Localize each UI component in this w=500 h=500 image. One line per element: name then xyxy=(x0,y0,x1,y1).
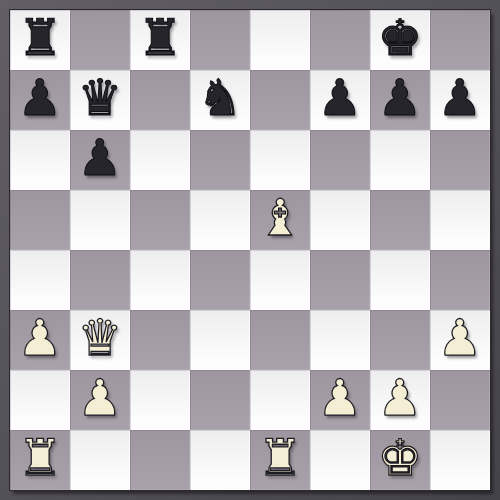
black-queen[interactable]: ♛ xyxy=(78,73,123,123)
board-frame: ♜♜♚♟♛♞♟♟♟♟♝♟♛♟♟♟♟♜♜♚ xyxy=(0,0,500,500)
square-f2[interactable]: ♟ xyxy=(310,370,370,430)
square-c6[interactable] xyxy=(130,130,190,190)
square-g5[interactable] xyxy=(370,190,430,250)
square-g7[interactable]: ♟ xyxy=(370,70,430,130)
square-h7[interactable]: ♟ xyxy=(430,70,490,130)
black-rook[interactable]: ♜ xyxy=(18,13,63,63)
black-knight[interactable]: ♞ xyxy=(198,73,243,123)
square-e7[interactable] xyxy=(250,70,310,130)
square-e2[interactable] xyxy=(250,370,310,430)
square-f8[interactable] xyxy=(310,10,370,70)
square-c7[interactable] xyxy=(130,70,190,130)
square-h6[interactable] xyxy=(430,130,490,190)
square-c3[interactable] xyxy=(130,310,190,370)
black-pawn[interactable]: ♟ xyxy=(318,73,363,123)
square-a5[interactable] xyxy=(10,190,70,250)
square-g6[interactable] xyxy=(370,130,430,190)
black-king[interactable]: ♚ xyxy=(378,13,423,63)
white-pawn[interactable]: ♟ xyxy=(378,373,423,423)
square-f6[interactable] xyxy=(310,130,370,190)
square-e6[interactable] xyxy=(250,130,310,190)
square-f3[interactable] xyxy=(310,310,370,370)
square-h5[interactable] xyxy=(430,190,490,250)
square-a2[interactable] xyxy=(10,370,70,430)
square-h1[interactable] xyxy=(430,430,490,490)
square-e5[interactable]: ♝ xyxy=(250,190,310,250)
square-e8[interactable] xyxy=(250,10,310,70)
white-pawn[interactable]: ♟ xyxy=(78,373,123,423)
square-b5[interactable] xyxy=(70,190,130,250)
square-b8[interactable] xyxy=(70,10,130,70)
square-g3[interactable] xyxy=(370,310,430,370)
square-a3[interactable]: ♟ xyxy=(10,310,70,370)
black-pawn[interactable]: ♟ xyxy=(18,73,63,123)
square-d1[interactable] xyxy=(190,430,250,490)
square-c8[interactable]: ♜ xyxy=(130,10,190,70)
square-c2[interactable] xyxy=(130,370,190,430)
square-d3[interactable] xyxy=(190,310,250,370)
chess-board: ♜♜♚♟♛♞♟♟♟♟♝♟♛♟♟♟♟♜♜♚ xyxy=(10,10,490,490)
square-d7[interactable]: ♞ xyxy=(190,70,250,130)
square-f5[interactable] xyxy=(310,190,370,250)
square-g4[interactable] xyxy=(370,250,430,310)
white-bishop[interactable]: ♝ xyxy=(258,193,303,243)
white-rook[interactable]: ♜ xyxy=(258,433,303,483)
square-a6[interactable] xyxy=(10,130,70,190)
square-d5[interactable] xyxy=(190,190,250,250)
square-h3[interactable]: ♟ xyxy=(430,310,490,370)
square-b1[interactable] xyxy=(70,430,130,490)
white-king[interactable]: ♚ xyxy=(378,433,423,483)
black-pawn[interactable]: ♟ xyxy=(378,73,423,123)
square-f4[interactable] xyxy=(310,250,370,310)
square-h8[interactable] xyxy=(430,10,490,70)
white-queen[interactable]: ♛ xyxy=(78,313,123,363)
square-a8[interactable]: ♜ xyxy=(10,10,70,70)
square-g2[interactable]: ♟ xyxy=(370,370,430,430)
white-pawn[interactable]: ♟ xyxy=(318,373,363,423)
square-h4[interactable] xyxy=(430,250,490,310)
square-c1[interactable] xyxy=(130,430,190,490)
square-d8[interactable] xyxy=(190,10,250,70)
square-a1[interactable]: ♜ xyxy=(10,430,70,490)
black-rook[interactable]: ♜ xyxy=(138,13,183,63)
black-pawn[interactable]: ♟ xyxy=(438,73,483,123)
square-c5[interactable] xyxy=(130,190,190,250)
square-f1[interactable] xyxy=(310,430,370,490)
square-b6[interactable]: ♟ xyxy=(70,130,130,190)
square-a4[interactable] xyxy=(10,250,70,310)
square-f7[interactable]: ♟ xyxy=(310,70,370,130)
square-d6[interactable] xyxy=(190,130,250,190)
square-b4[interactable] xyxy=(70,250,130,310)
white-rook[interactable]: ♜ xyxy=(18,433,63,483)
square-e1[interactable]: ♜ xyxy=(250,430,310,490)
square-b3[interactable]: ♛ xyxy=(70,310,130,370)
square-d2[interactable] xyxy=(190,370,250,430)
square-b2[interactable]: ♟ xyxy=(70,370,130,430)
square-b7[interactable]: ♛ xyxy=(70,70,130,130)
square-g8[interactable]: ♚ xyxy=(370,10,430,70)
square-e4[interactable] xyxy=(250,250,310,310)
square-c4[interactable] xyxy=(130,250,190,310)
square-d4[interactable] xyxy=(190,250,250,310)
square-e3[interactable] xyxy=(250,310,310,370)
white-pawn[interactable]: ♟ xyxy=(18,313,63,363)
square-g1[interactable]: ♚ xyxy=(370,430,430,490)
square-h2[interactable] xyxy=(430,370,490,430)
square-a7[interactable]: ♟ xyxy=(10,70,70,130)
white-pawn[interactable]: ♟ xyxy=(438,313,483,363)
black-pawn[interactable]: ♟ xyxy=(78,133,123,183)
